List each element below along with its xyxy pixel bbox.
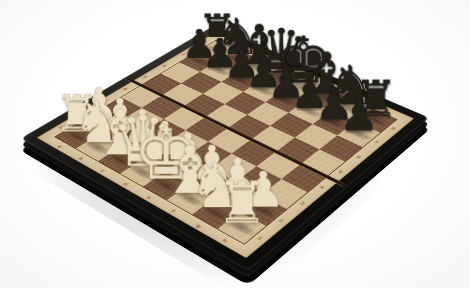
rank-label-right-6: 6 [355, 154, 363, 159]
chess-board: aa11bb22cc33dd44ee55ff66gg77hh88 ♜♞♝♛♚♝♞… [21, 26, 430, 271]
rank-label-right-4: 4 [318, 184, 326, 190]
file-label-near-d: d [122, 181, 131, 187]
rank-label-right-1: 1 [256, 235, 265, 241]
file-label-near-g: g [195, 222, 204, 228]
rank-label-right-5: 5 [337, 169, 345, 174]
file-label-near-b: b [77, 156, 85, 161]
rank-label-right-2: 2 [277, 217, 286, 223]
rank-label-left-6: 6 [161, 63, 168, 67]
piece-black-pawn-h7: ♟ [326, 61, 391, 134]
file-label-near-h: h [221, 237, 230, 243]
file-label-near-a: a [56, 144, 64, 149]
file-label-near-c: c [99, 168, 107, 173]
product-photo: aa11bb22cc33dd44ee55ff66gg77hh88 ♜♞♝♛♚♝♞… [0, 0, 470, 288]
piece-white-rook-h1: ♜ [205, 145, 278, 227]
file-label-near-f: f [169, 208, 176, 213]
rank-label-right-7: 7 [373, 140, 381, 145]
scene: aa11bb22cc33dd44ee55ff66gg77hh88 ♜♞♝♛♚♝♞… [0, 0, 470, 288]
file-label-near-e: e [145, 194, 154, 200]
rank-label-right-3: 3 [298, 200, 306, 206]
